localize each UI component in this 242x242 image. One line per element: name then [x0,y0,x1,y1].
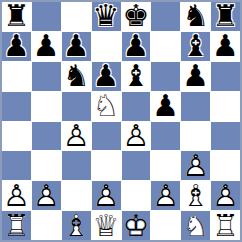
piece-black-knight[interactable]: ♞ [62,62,91,91]
square-a8[interactable]: ♜ [2,2,31,31]
piece-outline-glyph: ♙ [92,181,121,210]
square-c2[interactable] [62,181,91,210]
piece-white-pawn[interactable]: ♟♙ [211,181,240,210]
square-g3[interactable]: ♟♙ [181,151,210,180]
piece-outline-glyph: ♙ [62,122,91,151]
square-c5[interactable] [62,92,91,121]
piece-white-pawn[interactable]: ♟♙ [181,151,210,180]
square-g7[interactable]: ♝ [181,32,210,61]
square-b4[interactable] [32,122,61,151]
square-c8[interactable] [62,2,91,31]
piece-black-rook[interactable]: ♜ [2,2,31,31]
square-h5[interactable] [211,92,240,121]
square-b6[interactable] [32,62,61,91]
square-c7[interactable]: ♟ [62,32,91,61]
square-b2[interactable]: ♟♙ [32,181,61,210]
piece-white-knight[interactable]: ♞♘ [92,92,121,121]
piece-white-rook[interactable]: ♜♖ [211,211,240,240]
piece-outline-glyph: ♖ [2,211,31,240]
piece-black-pawn[interactable]: ♟ [62,32,91,61]
square-a5[interactable] [2,92,31,121]
square-f4[interactable] [151,122,180,151]
square-e6[interactable]: ♝ [122,62,151,91]
piece-white-pawn[interactable]: ♟♙ [32,181,61,210]
piece-black-knight[interactable]: ♞ [181,2,210,31]
piece-white-pawn[interactable]: ♟♙ [2,181,31,210]
piece-outline-glyph: ♔ [122,211,151,240]
square-c6[interactable]: ♞ [62,62,91,91]
piece-outline-glyph: ♖ [211,211,240,240]
square-b5[interactable] [32,92,61,121]
square-d6[interactable]: ♟ [92,62,121,91]
square-h2[interactable]: ♟♙ [211,181,240,210]
square-e4[interactable]: ♟♙ [122,122,151,151]
square-a2[interactable]: ♟♙ [2,181,31,210]
square-a3[interactable] [2,151,31,180]
square-d4[interactable] [92,122,121,151]
piece-outline-glyph: ♙ [2,181,31,210]
square-f1[interactable] [151,211,180,240]
square-d7[interactable] [92,32,121,61]
square-d1[interactable]: ♛♕ [92,211,121,240]
square-f5[interactable]: ♟ [151,92,180,121]
piece-white-pawn[interactable]: ♟♙ [122,122,151,151]
chess-board: ♜♛♚♞♜♟♟♟♟♝♟♞♟♝♟♞♘♟♟♙♟♙♟♙♟♙♟♙♟♙♟♙♝♗♟♙♜♖♝♗… [0,0,242,242]
square-h4[interactable] [211,122,240,151]
piece-outline-glyph: ♙ [211,181,240,210]
piece-glyph: ♟ [151,92,180,121]
piece-outline-glyph: ♘ [181,211,210,240]
piece-white-king[interactable]: ♚♔ [122,211,151,240]
square-b7[interactable]: ♟ [32,32,61,61]
piece-white-bishop[interactable]: ♝♗ [181,181,210,210]
piece-outline-glyph: ♙ [122,122,151,151]
piece-white-knight[interactable]: ♞♘ [181,211,210,240]
square-e2[interactable] [122,181,151,210]
square-a1[interactable]: ♜♖ [2,211,31,240]
piece-outline-glyph: ♙ [151,181,180,210]
piece-black-pawn[interactable]: ♟ [122,32,151,61]
piece-black-pawn[interactable]: ♟ [181,62,210,91]
square-h3[interactable] [211,151,240,180]
piece-glyph: ♚ [122,2,151,31]
piece-black-king[interactable]: ♚ [122,2,151,31]
square-c4[interactable]: ♟♙ [62,122,91,151]
piece-outline-glyph: ♘ [92,92,121,121]
piece-glyph: ♟ [211,32,240,61]
square-f3[interactable] [151,151,180,180]
piece-outline-glyph: ♗ [62,211,91,240]
square-d2[interactable]: ♟♙ [92,181,121,210]
piece-white-pawn[interactable]: ♟♙ [92,181,121,210]
piece-outline-glyph: ♙ [32,181,61,210]
piece-glyph: ♟ [92,62,121,91]
piece-glyph: ♝ [181,32,210,61]
piece-glyph: ♟ [62,32,91,61]
piece-black-pawn[interactable]: ♟ [211,32,240,61]
square-d3[interactable] [92,151,121,180]
piece-glyph: ♝ [122,62,151,91]
square-g8[interactable]: ♞ [181,2,210,31]
square-e5[interactable] [122,92,151,121]
piece-glyph: ♟ [122,32,151,61]
piece-white-rook[interactable]: ♜♖ [2,211,31,240]
piece-black-rook[interactable]: ♜ [211,2,240,31]
piece-outline-glyph: ♗ [181,181,210,210]
piece-glyph: ♞ [62,62,91,91]
piece-glyph: ♜ [211,2,240,31]
square-c1[interactable]: ♝♗ [62,211,91,240]
piece-white-pawn[interactable]: ♟♙ [62,122,91,151]
piece-glyph: ♟ [32,32,61,61]
square-h1[interactable]: ♜♖ [211,211,240,240]
square-h6[interactable] [211,62,240,91]
square-a4[interactable] [2,122,31,151]
square-e8[interactable]: ♚ [122,2,151,31]
piece-black-pawn[interactable]: ♟ [151,92,180,121]
square-d5[interactable]: ♞♘ [92,92,121,121]
square-f8[interactable] [151,2,180,31]
square-b1[interactable] [32,211,61,240]
piece-white-bishop[interactable]: ♝♗ [62,211,91,240]
square-e1[interactable]: ♚♔ [122,211,151,240]
square-a6[interactable] [2,62,31,91]
square-g2[interactable]: ♝♗ [181,181,210,210]
square-b8[interactable] [32,2,61,31]
square-c3[interactable] [62,151,91,180]
square-g1[interactable]: ♞♘ [181,211,210,240]
piece-glyph: ♜ [2,2,31,31]
piece-glyph: ♟ [2,32,31,61]
piece-black-pawn[interactable]: ♟ [92,62,121,91]
square-d8[interactable]: ♛ [92,2,121,31]
square-e3[interactable] [122,151,151,180]
square-f7[interactable] [151,32,180,61]
piece-white-pawn[interactable]: ♟♙ [151,181,180,210]
piece-black-queen[interactable]: ♛ [92,2,121,31]
square-g5[interactable] [181,92,210,121]
piece-glyph: ♛ [92,2,121,31]
piece-white-queen[interactable]: ♛♕ [92,211,121,240]
square-g6[interactable]: ♟ [181,62,210,91]
square-f6[interactable] [151,62,180,91]
square-h8[interactable]: ♜ [211,2,240,31]
piece-glyph: ♟ [181,62,210,91]
piece-black-pawn[interactable]: ♟ [32,32,61,61]
square-h7[interactable]: ♟ [211,32,240,61]
square-b3[interactable] [32,151,61,180]
piece-black-bishop[interactable]: ♝ [122,62,151,91]
piece-outline-glyph: ♙ [181,151,210,180]
square-g4[interactable] [181,122,210,151]
piece-black-bishop[interactable]: ♝ [181,32,210,61]
square-e7[interactable]: ♟ [122,32,151,61]
square-f2[interactable]: ♟♙ [151,181,180,210]
piece-glyph: ♞ [181,2,210,31]
piece-black-pawn[interactable]: ♟ [2,32,31,61]
square-a7[interactable]: ♟ [2,32,31,61]
piece-outline-glyph: ♕ [92,211,121,240]
